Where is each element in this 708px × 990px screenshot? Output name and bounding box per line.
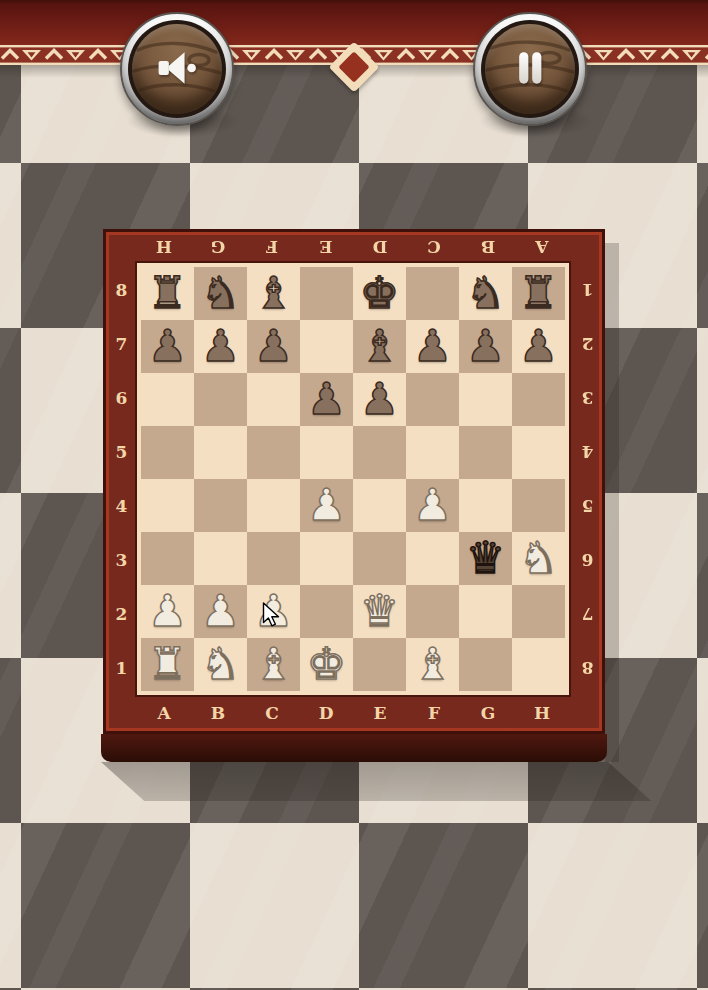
square-g3[interactable]: ♛ bbox=[459, 532, 512, 585]
black-rook: ♜ bbox=[512, 267, 565, 320]
coord-label: E bbox=[299, 232, 353, 263]
square-g6[interactable] bbox=[459, 373, 512, 426]
white-pawn: ♟ bbox=[406, 479, 459, 532]
square-a7[interactable]: ♟ bbox=[141, 320, 194, 373]
black-pawn: ♟ bbox=[459, 320, 512, 373]
black-rook: ♜ bbox=[141, 267, 194, 320]
square-g1[interactable] bbox=[459, 638, 512, 691]
coord-label: H bbox=[137, 232, 191, 263]
square-c6[interactable] bbox=[247, 373, 300, 426]
square-d2[interactable] bbox=[300, 585, 353, 638]
black-pawn: ♟ bbox=[247, 320, 300, 373]
square-f3[interactable] bbox=[406, 532, 459, 585]
coord-label: 3 bbox=[573, 371, 602, 425]
coord-label: B bbox=[191, 694, 245, 731]
square-a4[interactable] bbox=[141, 479, 194, 532]
black-pawn: ♟ bbox=[141, 320, 194, 373]
square-h5[interactable] bbox=[512, 426, 565, 479]
coord-label: H bbox=[515, 694, 569, 731]
white-knight: ♞ bbox=[512, 532, 565, 585]
square-e8[interactable]: ♚ bbox=[353, 267, 406, 320]
square-h6[interactable] bbox=[512, 373, 565, 426]
square-e2[interactable]: ♛ bbox=[353, 585, 406, 638]
square-b6[interactable] bbox=[194, 373, 247, 426]
square-h2[interactable] bbox=[512, 585, 565, 638]
white-pawn: ♟ bbox=[141, 585, 194, 638]
white-bishop: ♝ bbox=[406, 638, 459, 691]
square-c4[interactable] bbox=[247, 479, 300, 532]
square-d1[interactable]: ♚ bbox=[300, 638, 353, 691]
square-g8[interactable]: ♞ bbox=[459, 267, 512, 320]
square-h3[interactable]: ♞ bbox=[512, 532, 565, 585]
white-rook: ♜ bbox=[141, 638, 194, 691]
square-b3[interactable] bbox=[194, 532, 247, 585]
coord-label: G bbox=[191, 232, 245, 263]
black-pawn: ♟ bbox=[512, 320, 565, 373]
board-shadow-bottom bbox=[101, 762, 651, 801]
white-knight: ♞ bbox=[194, 638, 247, 691]
square-f5[interactable] bbox=[406, 426, 459, 479]
coord-label: 1 bbox=[106, 641, 137, 695]
square-e7[interactable]: ♝ bbox=[353, 320, 406, 373]
board-squares: ♜♞♝♚♞♜♟♟♟♝♟♟♟♟♟♟♟♛♞♟♟♟♛♜♞♝♚♝ bbox=[137, 263, 569, 695]
coord-label: 4 bbox=[106, 479, 137, 533]
square-b2[interactable]: ♟ bbox=[194, 585, 247, 638]
coord-label: 5 bbox=[106, 425, 137, 479]
square-f7[interactable]: ♟ bbox=[406, 320, 459, 373]
coord-label: D bbox=[299, 694, 353, 731]
square-e6[interactable]: ♟ bbox=[353, 373, 406, 426]
coord-label: 8 bbox=[573, 641, 602, 695]
coord-label: 4 bbox=[573, 425, 602, 479]
chess-app: HGFEDCBA ABCDEFGH 87654321 12345678 ♜♞♝♚… bbox=[0, 0, 708, 990]
coord-label: 8 bbox=[106, 263, 137, 317]
square-a3[interactable] bbox=[141, 532, 194, 585]
rank-labels-left: 87654321 bbox=[106, 263, 137, 695]
square-b8[interactable]: ♞ bbox=[194, 267, 247, 320]
coord-label: 2 bbox=[106, 587, 137, 641]
black-pawn: ♟ bbox=[194, 320, 247, 373]
black-knight: ♞ bbox=[459, 267, 512, 320]
coord-label: E bbox=[353, 694, 407, 731]
coord-label: 6 bbox=[573, 533, 602, 587]
square-d6[interactable]: ♟ bbox=[300, 373, 353, 426]
white-king: ♚ bbox=[300, 638, 353, 691]
square-d3[interactable] bbox=[300, 532, 353, 585]
speaker-icon bbox=[151, 42, 203, 94]
coord-label: 1 bbox=[573, 263, 602, 317]
square-a6[interactable] bbox=[141, 373, 194, 426]
chess-board: HGFEDCBA ABCDEFGH 87654321 12345678 ♜♞♝♚… bbox=[103, 229, 605, 734]
coord-label: 7 bbox=[106, 317, 137, 371]
coord-label: C bbox=[407, 232, 461, 263]
square-c1[interactable]: ♝ bbox=[247, 638, 300, 691]
square-e1[interactable] bbox=[353, 638, 406, 691]
sound-button[interactable] bbox=[120, 12, 234, 126]
square-f2[interactable] bbox=[406, 585, 459, 638]
square-h1[interactable] bbox=[512, 638, 565, 691]
file-labels-top: HGFEDCBA bbox=[137, 232, 569, 263]
coord-label: D bbox=[353, 232, 407, 263]
board-thickness-edge bbox=[101, 734, 607, 762]
pause-icon bbox=[504, 42, 556, 94]
square-f4[interactable]: ♟ bbox=[406, 479, 459, 532]
square-g5[interactable] bbox=[459, 426, 512, 479]
coord-label: 5 bbox=[573, 479, 602, 533]
square-c5[interactable] bbox=[247, 426, 300, 479]
file-labels-bottom: ABCDEFGH bbox=[137, 694, 569, 731]
black-bishop: ♝ bbox=[247, 267, 300, 320]
coord-label: F bbox=[245, 232, 299, 263]
square-f1[interactable]: ♝ bbox=[406, 638, 459, 691]
square-b7[interactable]: ♟ bbox=[194, 320, 247, 373]
square-a8[interactable]: ♜ bbox=[141, 267, 194, 320]
black-queen: ♛ bbox=[459, 532, 512, 585]
square-f6[interactable] bbox=[406, 373, 459, 426]
black-bishop: ♝ bbox=[353, 320, 406, 373]
black-knight: ♞ bbox=[194, 267, 247, 320]
square-e4[interactable] bbox=[353, 479, 406, 532]
square-c3[interactable] bbox=[247, 532, 300, 585]
white-queen: ♛ bbox=[353, 585, 406, 638]
coord-label: 6 bbox=[106, 371, 137, 425]
square-c7[interactable]: ♟ bbox=[247, 320, 300, 373]
coord-label: B bbox=[461, 232, 515, 263]
square-d8[interactable] bbox=[300, 267, 353, 320]
black-king: ♚ bbox=[353, 267, 406, 320]
coord-label: C bbox=[245, 694, 299, 731]
coord-label: A bbox=[515, 232, 569, 263]
rank-labels-right: 12345678 bbox=[573, 263, 602, 695]
coord-label: A bbox=[137, 694, 191, 731]
square-b5[interactable] bbox=[194, 426, 247, 479]
coord-label: F bbox=[407, 694, 461, 731]
square-d5[interactable] bbox=[300, 426, 353, 479]
square-b1[interactable]: ♞ bbox=[194, 638, 247, 691]
black-pawn: ♟ bbox=[406, 320, 459, 373]
white-bishop: ♝ bbox=[247, 638, 300, 691]
square-g4[interactable] bbox=[459, 479, 512, 532]
square-a2[interactable]: ♟ bbox=[141, 585, 194, 638]
square-b4[interactable] bbox=[194, 479, 247, 532]
square-d7[interactable] bbox=[300, 320, 353, 373]
square-g2[interactable] bbox=[459, 585, 512, 638]
pause-button[interactable] bbox=[473, 12, 587, 126]
mouse-cursor bbox=[262, 602, 284, 628]
square-g7[interactable]: ♟ bbox=[459, 320, 512, 373]
square-h4[interactable] bbox=[512, 479, 565, 532]
board-shadow-right bbox=[605, 243, 619, 762]
white-pawn: ♟ bbox=[194, 585, 247, 638]
coord-label: 7 bbox=[573, 587, 602, 641]
square-h7[interactable]: ♟ bbox=[512, 320, 565, 373]
square-a1[interactable]: ♜ bbox=[141, 638, 194, 691]
black-pawn: ♟ bbox=[353, 373, 406, 426]
square-a5[interactable] bbox=[141, 426, 194, 479]
square-c8[interactable]: ♝ bbox=[247, 267, 300, 320]
coord-label: 3 bbox=[106, 533, 137, 587]
square-f8[interactable] bbox=[406, 267, 459, 320]
white-pawn: ♟ bbox=[300, 479, 353, 532]
coord-label: 2 bbox=[573, 317, 602, 371]
square-d4[interactable]: ♟ bbox=[300, 479, 353, 532]
black-pawn: ♟ bbox=[300, 373, 353, 426]
square-h8[interactable]: ♜ bbox=[512, 267, 565, 320]
square-e5[interactable] bbox=[353, 426, 406, 479]
coord-label: G bbox=[461, 694, 515, 731]
square-e3[interactable] bbox=[353, 532, 406, 585]
